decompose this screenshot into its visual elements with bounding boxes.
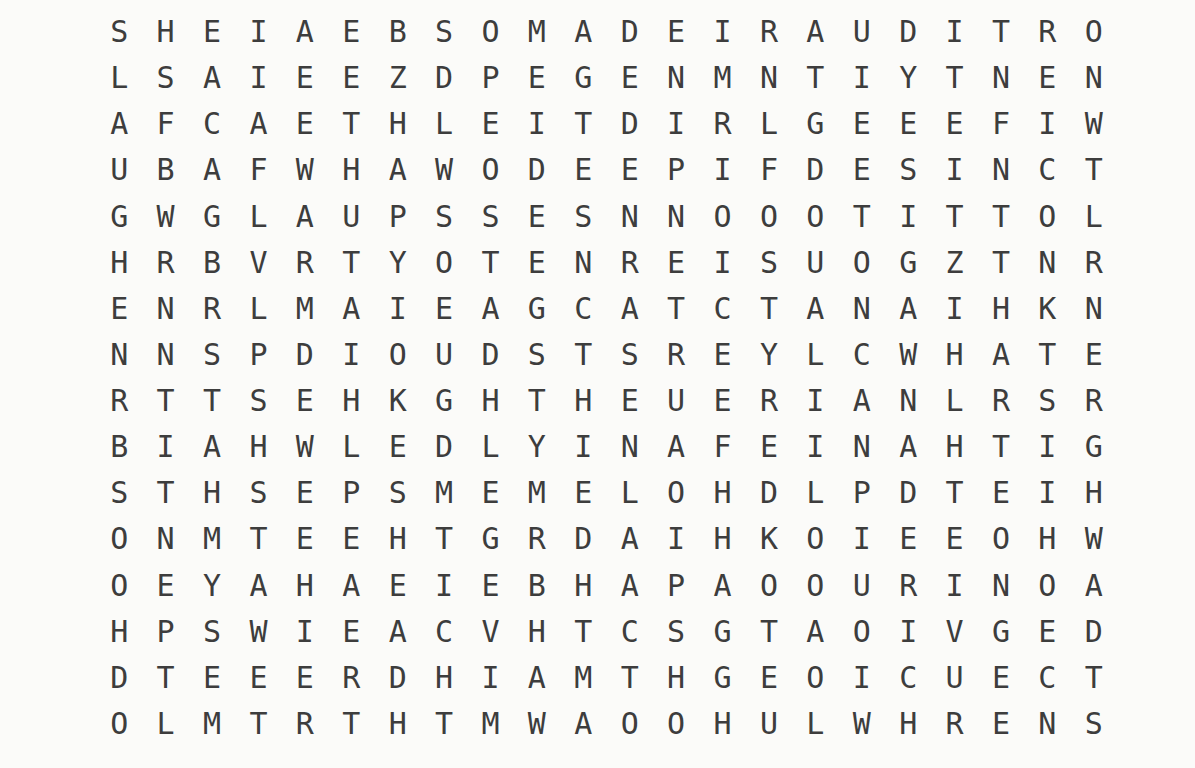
grid-cell[interactable]: A: [374, 609, 420, 655]
grid-cell[interactable]: L: [235, 286, 281, 332]
grid-cell[interactable]: B: [96, 424, 142, 470]
grid-cell[interactable]: S: [189, 332, 235, 378]
grid-cell[interactable]: R: [1024, 9, 1070, 55]
grid-cell[interactable]: T: [1071, 655, 1117, 701]
grid-cell[interactable]: C: [560, 286, 606, 332]
grid-cell[interactable]: I: [931, 147, 977, 193]
grid-cell[interactable]: G: [421, 378, 467, 424]
grid-cell[interactable]: E: [607, 147, 653, 193]
grid-cell[interactable]: S: [514, 332, 560, 378]
grid-cell[interactable]: O: [699, 194, 745, 240]
grid-cell[interactable]: S: [653, 609, 699, 655]
grid-cell[interactable]: E: [328, 516, 374, 562]
grid-cell[interactable]: L: [792, 332, 838, 378]
grid-cell[interactable]: T: [560, 101, 606, 147]
grid-cell[interactable]: O: [467, 9, 513, 55]
grid-cell[interactable]: N: [142, 332, 188, 378]
grid-cell[interactable]: I: [931, 563, 977, 609]
grid-cell[interactable]: T: [560, 332, 606, 378]
grid-cell[interactable]: T: [839, 194, 885, 240]
grid-cell[interactable]: H: [374, 101, 420, 147]
grid-cell[interactable]: L: [235, 194, 281, 240]
grid-cell[interactable]: I: [421, 563, 467, 609]
grid-cell[interactable]: A: [792, 609, 838, 655]
grid-cell[interactable]: T: [931, 470, 977, 516]
grid-cell[interactable]: O: [792, 194, 838, 240]
grid-cell[interactable]: N: [839, 286, 885, 332]
grid-cell[interactable]: U: [839, 563, 885, 609]
grid-cell[interactable]: D: [96, 655, 142, 701]
grid-cell[interactable]: H: [978, 286, 1024, 332]
grid-cell[interactable]: S: [374, 470, 420, 516]
grid-cell[interactable]: T: [931, 55, 977, 101]
grid-cell[interactable]: W: [421, 147, 467, 193]
grid-cell[interactable]: O: [96, 563, 142, 609]
grid-cell[interactable]: H: [374, 701, 420, 747]
grid-cell[interactable]: E: [978, 470, 1024, 516]
grid-cell[interactable]: T: [328, 240, 374, 286]
grid-cell[interactable]: O: [792, 655, 838, 701]
grid-cell[interactable]: I: [699, 147, 745, 193]
grid-cell[interactable]: R: [96, 378, 142, 424]
grid-cell[interactable]: W: [839, 701, 885, 747]
grid-cell[interactable]: P: [235, 332, 281, 378]
grid-cell[interactable]: L: [746, 101, 792, 147]
grid-cell[interactable]: R: [746, 9, 792, 55]
grid-cell[interactable]: N: [142, 516, 188, 562]
grid-cell[interactable]: U: [839, 9, 885, 55]
grid-cell[interactable]: T: [421, 516, 467, 562]
grid-cell[interactable]: E: [1024, 609, 1070, 655]
grid-cell[interactable]: N: [978, 55, 1024, 101]
grid-cell[interactable]: T: [931, 194, 977, 240]
grid-cell[interactable]: E: [607, 378, 653, 424]
grid-cell[interactable]: S: [607, 332, 653, 378]
grid-cell[interactable]: U: [653, 378, 699, 424]
grid-cell[interactable]: S: [142, 55, 188, 101]
grid-cell[interactable]: E: [282, 470, 328, 516]
grid-cell[interactable]: A: [978, 332, 1024, 378]
grid-cell[interactable]: G: [467, 516, 513, 562]
grid-cell[interactable]: R: [607, 240, 653, 286]
grid-cell[interactable]: F: [978, 101, 1024, 147]
grid-cell[interactable]: A: [235, 101, 281, 147]
grid-cell[interactable]: A: [792, 9, 838, 55]
grid-cell[interactable]: A: [1071, 563, 1117, 609]
grid-cell[interactable]: M: [514, 470, 560, 516]
grid-cell[interactable]: E: [839, 147, 885, 193]
grid-cell[interactable]: E: [931, 516, 977, 562]
grid-cell[interactable]: G: [885, 240, 931, 286]
grid-cell[interactable]: E: [282, 516, 328, 562]
grid-cell[interactable]: A: [189, 147, 235, 193]
grid-cell[interactable]: R: [1071, 378, 1117, 424]
grid-cell[interactable]: E: [839, 101, 885, 147]
grid-cell[interactable]: A: [885, 424, 931, 470]
grid-cell[interactable]: T: [328, 101, 374, 147]
grid-cell[interactable]: R: [142, 240, 188, 286]
grid-cell[interactable]: A: [699, 563, 745, 609]
grid-cell[interactable]: T: [235, 701, 281, 747]
grid-cell[interactable]: R: [885, 563, 931, 609]
grid-cell[interactable]: H: [699, 470, 745, 516]
grid-cell[interactable]: G: [560, 55, 606, 101]
grid-cell[interactable]: S: [746, 240, 792, 286]
grid-cell[interactable]: M: [560, 655, 606, 701]
grid-cell[interactable]: O: [1071, 9, 1117, 55]
grid-cell[interactable]: E: [374, 563, 420, 609]
grid-cell[interactable]: K: [1024, 286, 1070, 332]
grid-cell[interactable]: I: [514, 101, 560, 147]
grid-cell[interactable]: L: [96, 55, 142, 101]
grid-cell[interactable]: S: [421, 9, 467, 55]
grid-cell[interactable]: T: [514, 378, 560, 424]
grid-cell[interactable]: H: [96, 609, 142, 655]
grid-cell[interactable]: A: [189, 55, 235, 101]
grid-cell[interactable]: D: [282, 332, 328, 378]
grid-cell[interactable]: T: [142, 378, 188, 424]
grid-cell[interactable]: O: [978, 516, 1024, 562]
grid-cell[interactable]: S: [189, 609, 235, 655]
grid-cell[interactable]: G: [96, 194, 142, 240]
grid-cell[interactable]: F: [142, 101, 188, 147]
grid-cell[interactable]: T: [1071, 147, 1117, 193]
grid-cell[interactable]: A: [607, 516, 653, 562]
grid-cell[interactable]: E: [978, 701, 1024, 747]
grid-cell[interactable]: I: [699, 9, 745, 55]
grid-cell[interactable]: T: [421, 701, 467, 747]
grid-cell[interactable]: D: [885, 470, 931, 516]
grid-cell[interactable]: D: [421, 55, 467, 101]
grid-cell[interactable]: G: [699, 609, 745, 655]
grid-cell[interactable]: H: [282, 563, 328, 609]
grid-cell[interactable]: O: [96, 516, 142, 562]
grid-cell[interactable]: E: [699, 332, 745, 378]
grid-cell[interactable]: M: [189, 701, 235, 747]
grid-cell[interactable]: I: [1024, 470, 1070, 516]
grid-cell[interactable]: D: [607, 101, 653, 147]
grid-cell[interactable]: D: [467, 332, 513, 378]
grid-cell[interactable]: K: [746, 516, 792, 562]
grid-cell[interactable]: T: [142, 470, 188, 516]
grid-cell[interactable]: I: [142, 424, 188, 470]
grid-cell[interactable]: C: [839, 332, 885, 378]
grid-cell[interactable]: N: [1071, 55, 1117, 101]
grid-cell[interactable]: H: [467, 378, 513, 424]
grid-cell[interactable]: T: [467, 240, 513, 286]
grid-cell[interactable]: E: [282, 101, 328, 147]
grid-cell[interactable]: E: [1071, 332, 1117, 378]
grid-cell[interactable]: H: [1024, 516, 1070, 562]
grid-cell[interactable]: C: [607, 609, 653, 655]
grid-cell[interactable]: B: [374, 9, 420, 55]
grid-cell[interactable]: R: [931, 701, 977, 747]
grid-cell[interactable]: O: [467, 147, 513, 193]
grid-cell[interactable]: S: [96, 9, 142, 55]
grid-cell[interactable]: I: [235, 9, 281, 55]
grid-cell[interactable]: I: [653, 516, 699, 562]
grid-cell[interactable]: C: [421, 609, 467, 655]
grid-cell[interactable]: E: [746, 424, 792, 470]
grid-cell[interactable]: A: [328, 286, 374, 332]
grid-cell[interactable]: E: [142, 563, 188, 609]
grid-cell[interactable]: H: [931, 424, 977, 470]
grid-cell[interactable]: A: [328, 563, 374, 609]
grid-cell[interactable]: O: [653, 470, 699, 516]
grid-cell[interactable]: N: [653, 194, 699, 240]
grid-cell[interactable]: U: [792, 240, 838, 286]
grid-cell[interactable]: A: [885, 286, 931, 332]
grid-cell[interactable]: A: [235, 563, 281, 609]
grid-cell[interactable]: P: [142, 609, 188, 655]
grid-cell[interactable]: L: [142, 701, 188, 747]
grid-cell[interactable]: E: [885, 516, 931, 562]
grid-cell[interactable]: N: [96, 332, 142, 378]
grid-cell[interactable]: E: [282, 655, 328, 701]
grid-cell[interactable]: A: [560, 9, 606, 55]
grid-cell[interactable]: N: [653, 55, 699, 101]
grid-cell[interactable]: D: [607, 9, 653, 55]
grid-cell[interactable]: E: [514, 55, 560, 101]
grid-cell[interactable]: F: [699, 424, 745, 470]
grid-cell[interactable]: D: [514, 147, 560, 193]
grid-cell[interactable]: I: [885, 194, 931, 240]
grid-cell[interactable]: L: [467, 424, 513, 470]
grid-cell[interactable]: A: [839, 378, 885, 424]
grid-cell[interactable]: A: [189, 424, 235, 470]
grid-cell[interactable]: I: [235, 55, 281, 101]
grid-cell[interactable]: N: [1024, 240, 1070, 286]
grid-cell[interactable]: T: [560, 609, 606, 655]
grid-cell[interactable]: A: [374, 147, 420, 193]
grid-cell[interactable]: T: [235, 516, 281, 562]
grid-cell[interactable]: H: [142, 9, 188, 55]
grid-cell[interactable]: E: [514, 240, 560, 286]
grid-cell[interactable]: C: [189, 101, 235, 147]
grid-cell[interactable]: I: [839, 516, 885, 562]
grid-cell[interactable]: S: [421, 194, 467, 240]
grid-cell[interactable]: T: [142, 655, 188, 701]
grid-cell[interactable]: E: [1024, 55, 1070, 101]
grid-cell[interactable]: I: [328, 332, 374, 378]
grid-cell[interactable]: H: [514, 609, 560, 655]
grid-cell[interactable]: T: [607, 655, 653, 701]
grid-cell[interactable]: G: [699, 655, 745, 701]
grid-cell[interactable]: R: [282, 240, 328, 286]
grid-cell[interactable]: H: [421, 655, 467, 701]
grid-cell[interactable]: E: [421, 286, 467, 332]
grid-cell[interactable]: O: [653, 701, 699, 747]
grid-cell[interactable]: I: [839, 55, 885, 101]
grid-cell[interactable]: R: [699, 101, 745, 147]
grid-cell[interactable]: G: [792, 101, 838, 147]
grid-cell[interactable]: I: [282, 609, 328, 655]
grid-cell[interactable]: A: [96, 101, 142, 147]
grid-cell[interactable]: I: [374, 286, 420, 332]
grid-cell[interactable]: S: [885, 147, 931, 193]
grid-cell[interactable]: A: [607, 286, 653, 332]
grid-cell[interactable]: P: [328, 470, 374, 516]
grid-cell[interactable]: Y: [885, 55, 931, 101]
grid-cell[interactable]: E: [653, 240, 699, 286]
grid-cell[interactable]: D: [421, 424, 467, 470]
grid-cell[interactable]: A: [467, 286, 513, 332]
grid-cell[interactable]: O: [792, 563, 838, 609]
grid-cell[interactable]: H: [699, 701, 745, 747]
grid-cell[interactable]: E: [189, 9, 235, 55]
grid-cell[interactable]: L: [792, 701, 838, 747]
grid-cell[interactable]: T: [978, 9, 1024, 55]
grid-cell[interactable]: E: [467, 101, 513, 147]
grid-cell[interactable]: D: [560, 516, 606, 562]
grid-cell[interactable]: M: [282, 286, 328, 332]
grid-cell[interactable]: D: [792, 147, 838, 193]
grid-cell[interactable]: I: [1024, 101, 1070, 147]
grid-cell[interactable]: R: [514, 516, 560, 562]
grid-cell[interactable]: W: [514, 701, 560, 747]
grid-cell[interactable]: L: [328, 424, 374, 470]
grid-cell[interactable]: V: [235, 240, 281, 286]
grid-cell[interactable]: I: [653, 101, 699, 147]
grid-cell[interactable]: U: [746, 701, 792, 747]
grid-cell[interactable]: T: [746, 609, 792, 655]
grid-cell[interactable]: C: [1024, 655, 1070, 701]
grid-cell[interactable]: E: [746, 655, 792, 701]
grid-cell[interactable]: E: [560, 147, 606, 193]
grid-cell[interactable]: I: [467, 655, 513, 701]
grid-cell[interactable]: R: [1071, 240, 1117, 286]
grid-cell[interactable]: H: [931, 332, 977, 378]
grid-cell[interactable]: P: [839, 470, 885, 516]
grid-cell[interactable]: N: [607, 424, 653, 470]
grid-cell[interactable]: R: [328, 655, 374, 701]
grid-cell[interactable]: T: [746, 286, 792, 332]
grid-cell[interactable]: I: [839, 655, 885, 701]
grid-cell[interactable]: W: [282, 424, 328, 470]
grid-cell[interactable]: Z: [931, 240, 977, 286]
grid-cell[interactable]: A: [792, 286, 838, 332]
grid-cell[interactable]: T: [653, 286, 699, 332]
grid-cell[interactable]: B: [514, 563, 560, 609]
grid-cell[interactable]: H: [328, 147, 374, 193]
grid-cell[interactable]: T: [189, 378, 235, 424]
grid-cell[interactable]: H: [96, 240, 142, 286]
grid-cell[interactable]: F: [235, 147, 281, 193]
grid-cell[interactable]: E: [282, 55, 328, 101]
grid-cell[interactable]: I: [1024, 424, 1070, 470]
grid-cell[interactable]: N: [1071, 286, 1117, 332]
grid-cell[interactable]: N: [746, 55, 792, 101]
grid-cell[interactable]: E: [978, 655, 1024, 701]
grid-cell[interactable]: P: [653, 147, 699, 193]
grid-cell[interactable]: G: [1071, 424, 1117, 470]
grid-cell[interactable]: O: [746, 563, 792, 609]
grid-cell[interactable]: A: [282, 194, 328, 240]
grid-cell[interactable]: O: [96, 701, 142, 747]
grid-cell[interactable]: A: [514, 655, 560, 701]
grid-cell[interactable]: E: [282, 378, 328, 424]
grid-cell[interactable]: E: [467, 563, 513, 609]
grid-cell[interactable]: I: [792, 378, 838, 424]
grid-cell[interactable]: U: [96, 147, 142, 193]
grid-cell[interactable]: D: [374, 655, 420, 701]
grid-cell[interactable]: W: [235, 609, 281, 655]
grid-cell[interactable]: N: [978, 147, 1024, 193]
grid-cell[interactable]: N: [607, 194, 653, 240]
grid-cell[interactable]: I: [792, 424, 838, 470]
grid-cell[interactable]: S: [467, 194, 513, 240]
grid-cell[interactable]: O: [374, 332, 420, 378]
grid-cell[interactable]: R: [978, 378, 1024, 424]
grid-cell[interactable]: E: [328, 609, 374, 655]
grid-cell[interactable]: R: [746, 378, 792, 424]
grid-cell[interactable]: H: [374, 516, 420, 562]
grid-cell[interactable]: N: [560, 240, 606, 286]
grid-cell[interactable]: P: [467, 55, 513, 101]
grid-cell[interactable]: O: [839, 609, 885, 655]
grid-cell[interactable]: O: [607, 701, 653, 747]
grid-cell[interactable]: E: [607, 55, 653, 101]
grid-cell[interactable]: T: [792, 55, 838, 101]
grid-cell[interactable]: L: [607, 470, 653, 516]
grid-cell[interactable]: R: [653, 332, 699, 378]
grid-cell[interactable]: E: [374, 424, 420, 470]
grid-cell[interactable]: T: [978, 194, 1024, 240]
grid-cell[interactable]: L: [421, 101, 467, 147]
grid-cell[interactable]: R: [282, 701, 328, 747]
grid-cell[interactable]: O: [1024, 563, 1070, 609]
grid-cell[interactable]: A: [282, 9, 328, 55]
grid-cell[interactable]: T: [1024, 332, 1070, 378]
grid-cell[interactable]: E: [653, 9, 699, 55]
grid-cell[interactable]: C: [699, 286, 745, 332]
grid-cell[interactable]: M: [699, 55, 745, 101]
grid-cell[interactable]: H: [1071, 470, 1117, 516]
grid-cell[interactable]: C: [1024, 147, 1070, 193]
grid-cell[interactable]: G: [978, 609, 1024, 655]
grid-cell[interactable]: K: [374, 378, 420, 424]
grid-cell[interactable]: O: [839, 240, 885, 286]
grid-cell[interactable]: N: [142, 286, 188, 332]
grid-cell[interactable]: E: [885, 101, 931, 147]
grid-cell[interactable]: E: [514, 194, 560, 240]
grid-cell[interactable]: I: [699, 240, 745, 286]
grid-cell[interactable]: G: [514, 286, 560, 332]
grid-cell[interactable]: W: [282, 147, 328, 193]
grid-cell[interactable]: C: [885, 655, 931, 701]
grid-cell[interactable]: O: [1024, 194, 1070, 240]
grid-cell[interactable]: E: [931, 101, 977, 147]
grid-cell[interactable]: I: [560, 424, 606, 470]
grid-cell[interactable]: A: [560, 701, 606, 747]
grid-cell[interactable]: S: [1024, 378, 1070, 424]
grid-cell[interactable]: I: [885, 609, 931, 655]
grid-cell[interactable]: I: [931, 286, 977, 332]
grid-cell[interactable]: P: [653, 563, 699, 609]
grid-cell[interactable]: S: [235, 378, 281, 424]
grid-cell[interactable]: Y: [746, 332, 792, 378]
grid-cell[interactable]: Y: [514, 424, 560, 470]
grid-cell[interactable]: O: [792, 516, 838, 562]
grid-cell[interactable]: M: [421, 470, 467, 516]
grid-cell[interactable]: E: [328, 9, 374, 55]
grid-cell[interactable]: S: [560, 194, 606, 240]
grid-cell[interactable]: N: [1024, 701, 1070, 747]
grid-cell[interactable]: W: [1071, 101, 1117, 147]
grid-cell[interactable]: M: [514, 9, 560, 55]
grid-cell[interactable]: F: [746, 147, 792, 193]
grid-cell[interactable]: G: [189, 194, 235, 240]
